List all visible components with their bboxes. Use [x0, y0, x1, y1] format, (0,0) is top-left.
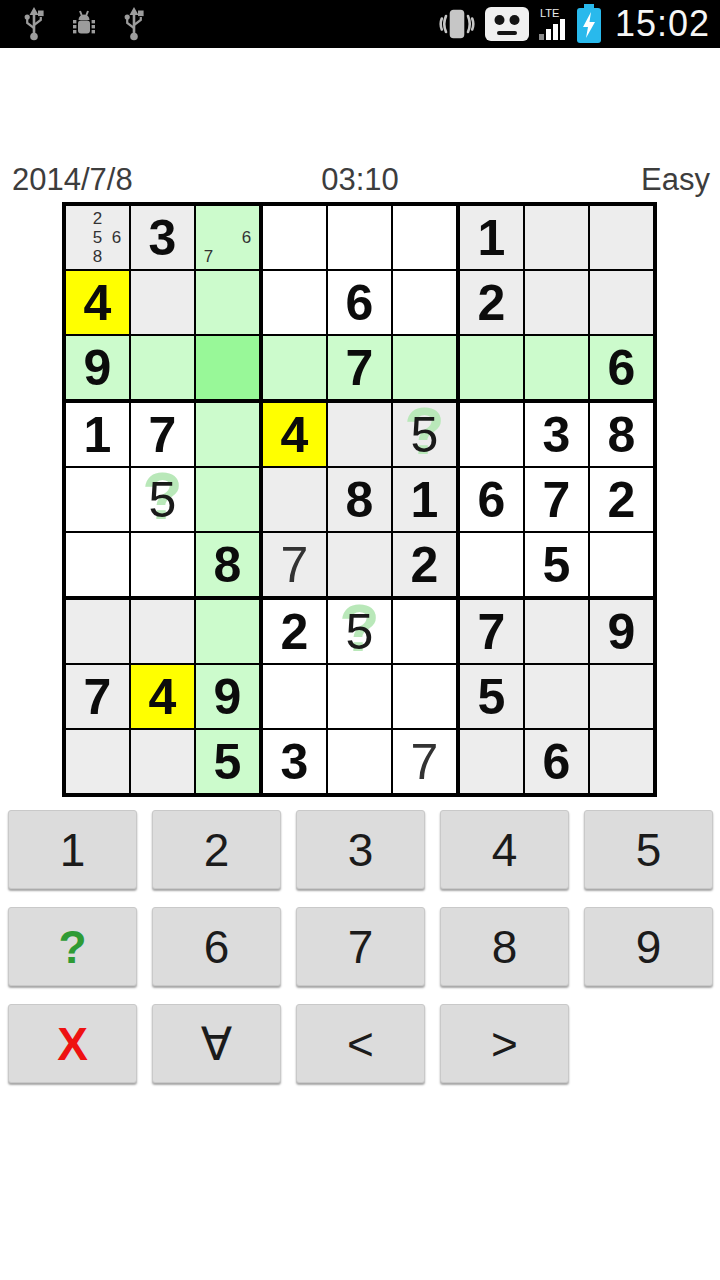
vibrate-icon: [439, 8, 475, 40]
key-2[interactable]: 2: [152, 810, 281, 889]
cell-value: 3: [149, 213, 177, 263]
cell-r5c5[interactable]: 8: [328, 468, 391, 531]
cell-value: 6: [478, 475, 506, 525]
cell-r8c8[interactable]: [525, 665, 588, 728]
board-block-6: 386725: [460, 403, 653, 596]
cell-value: 1: [478, 213, 506, 263]
cell-r8c6[interactable]: [393, 665, 456, 728]
cell-r9c9[interactable]: [590, 730, 653, 793]
keypad-row-3: X∀<>: [0, 1004, 720, 1083]
cell-value: 7: [346, 343, 374, 393]
cell-r8c4[interactable]: [263, 665, 326, 728]
cell-r4c2[interactable]: 7: [131, 403, 194, 466]
cell-r8c7[interactable]: 5: [460, 665, 523, 728]
cell-value: 4: [84, 278, 112, 328]
cell-r8c9[interactable]: [590, 665, 653, 728]
cell-value: 9: [608, 607, 636, 657]
key-3[interactable]: 3: [296, 810, 425, 889]
key-guess[interactable]: ?: [8, 907, 137, 986]
board-block-2: 67: [263, 206, 456, 399]
game-header: 2014/7/8 03:10 Easy: [0, 156, 720, 202]
pencil-mark-5: [218, 228, 237, 247]
notification-face-icon: [484, 5, 530, 43]
cell-r4c6[interactable]: ?5: [393, 403, 456, 466]
cell-r9c6[interactable]: 7: [393, 730, 456, 793]
key-7[interactable]: 7: [296, 907, 425, 986]
pencil-mark-3: [237, 209, 256, 228]
cell-r2c7[interactable]: 2: [460, 271, 523, 334]
cell-value: 7: [281, 540, 309, 590]
key-5[interactable]: 5: [584, 810, 713, 889]
cell-r6c3[interactable]: 8: [196, 533, 259, 596]
difficulty-label: Easy: [641, 162, 710, 198]
svg-text:LTE: LTE: [540, 7, 559, 19]
key-prev[interactable]: <: [296, 1004, 425, 1083]
cell-r7c2[interactable]: [131, 600, 194, 663]
cell-r3c4[interactable]: [263, 336, 326, 399]
cell-r9c1[interactable]: [66, 730, 129, 793]
cell-r7c6[interactable]: [393, 600, 456, 663]
cell-r4c4[interactable]: 4: [263, 403, 326, 466]
cell-r9c3[interactable]: 5: [196, 730, 259, 793]
key-next[interactable]: >: [440, 1004, 569, 1083]
android-debug-icon: [70, 9, 98, 39]
cell-r6c9[interactable]: [590, 533, 653, 596]
cell-value: 5: [478, 672, 506, 722]
cell-r2c1[interactable]: 4: [66, 271, 129, 334]
cell-r3c8[interactable]: [525, 336, 588, 399]
keypad-row-2: ?6789: [0, 907, 720, 986]
cell-value: 2: [411, 540, 439, 590]
pencil-mark-6: 6: [107, 228, 126, 247]
cell-r1c2[interactable]: 3: [131, 206, 194, 269]
cell-value: 4: [281, 410, 309, 460]
pencil-mark-7: [69, 247, 88, 266]
cell-r8c3[interactable]: 9: [196, 665, 259, 728]
cell-r4c1[interactable]: 1: [66, 403, 129, 466]
pencil-mark-8: [218, 247, 237, 266]
cell-r1c5[interactable]: [328, 206, 391, 269]
board-block-8: 2?537: [263, 600, 456, 793]
cell-value: 2: [281, 607, 309, 657]
cell-r3c7[interactable]: [460, 336, 523, 399]
key-clear[interactable]: X: [8, 1004, 137, 1083]
pencil-mark-9: [237, 247, 256, 266]
cell-value: 7: [149, 410, 177, 460]
pencil-mark-5: 5: [88, 228, 107, 247]
cell-r5c4[interactable]: [263, 468, 326, 531]
cell-value: 5: [411, 410, 439, 460]
cell-r3c5[interactable]: 7: [328, 336, 391, 399]
pencil-mark-7: 7: [199, 247, 218, 266]
cell-value: 7: [543, 475, 571, 525]
cell-r9c4[interactable]: 3: [263, 730, 326, 793]
sudoku-board: 2568367496712617?584?5817238672574952?53…: [62, 202, 657, 797]
cell-value: 6: [346, 278, 374, 328]
cell-r1c9[interactable]: [590, 206, 653, 269]
cell-r2c9[interactable]: [590, 271, 653, 334]
cell-r5c8[interactable]: 7: [525, 468, 588, 531]
cell-r1c7[interactable]: 1: [460, 206, 523, 269]
board-block-3: 126: [460, 206, 653, 399]
cell-r5c2[interactable]: ?5: [131, 468, 194, 531]
cell-r4c8[interactable]: 3: [525, 403, 588, 466]
cell-r7c1[interactable]: [66, 600, 129, 663]
cell-r8c1[interactable]: 7: [66, 665, 129, 728]
cell-r6c7[interactable]: [460, 533, 523, 596]
pencil-mark-2: 2: [88, 209, 107, 228]
cell-value: 1: [411, 475, 439, 525]
clock-time: 15:02: [611, 0, 714, 48]
board-block-5: 4?58172: [263, 403, 456, 596]
cell-r6c1[interactable]: [66, 533, 129, 596]
cell-r9c5[interactable]: [328, 730, 391, 793]
cell-r5c6[interactable]: 1: [393, 468, 456, 531]
cell-r3c6[interactable]: [393, 336, 456, 399]
cell-value: 2: [608, 475, 636, 525]
pencil-mark-9: [107, 247, 126, 266]
cell-r1c4[interactable]: [263, 206, 326, 269]
cell-r2c2[interactable]: [131, 271, 194, 334]
timer-label: 03:10: [0, 162, 720, 198]
cell-value: 8: [608, 410, 636, 460]
status-bar-left: [0, 7, 144, 41]
cell-r6c6[interactable]: 2: [393, 533, 456, 596]
cell-r4c9[interactable]: 8: [590, 403, 653, 466]
cell-value: 3: [281, 737, 309, 787]
cell-value: 8: [214, 540, 242, 590]
cell-r9c7[interactable]: [460, 730, 523, 793]
pencil-marks: 67: [199, 209, 256, 266]
cell-r8c5[interactable]: [328, 665, 391, 728]
cell-r4c5[interactable]: [328, 403, 391, 466]
key-6[interactable]: 6: [152, 907, 281, 986]
cell-value: 3: [543, 410, 571, 460]
cell-r7c3[interactable]: [196, 600, 259, 663]
cell-r2c8[interactable]: [525, 271, 588, 334]
cell-value: 6: [608, 343, 636, 393]
signal-lte-icon: LTE: [539, 6, 567, 42]
pencil-mark-1: [69, 209, 88, 228]
cell-r4c7[interactable]: [460, 403, 523, 466]
cell-value: 7: [478, 607, 506, 657]
pencil-mark-4: [199, 228, 218, 247]
cell-r1c6[interactable]: [393, 206, 456, 269]
cell-value: 7: [84, 672, 112, 722]
cell-r7c8[interactable]: [525, 600, 588, 663]
cell-r7c4[interactable]: 2: [263, 600, 326, 663]
pencil-mark-6: 6: [237, 228, 256, 247]
key-8[interactable]: 8: [440, 907, 569, 986]
cell-value: 4: [149, 672, 177, 722]
board-block-7: 7495: [66, 600, 259, 793]
cell-r6c8[interactable]: 5: [525, 533, 588, 596]
cell-r9c8[interactable]: 6: [525, 730, 588, 793]
cell-r5c1[interactable]: [66, 468, 129, 531]
keypad: 12345?6789X∀<>: [0, 810, 720, 1101]
battery-charging-icon: [576, 4, 602, 44]
cell-r6c4[interactable]: 7: [263, 533, 326, 596]
pencil-mark-4: [69, 228, 88, 247]
status-bar-right: LTE 15:02: [439, 0, 714, 48]
cell-r2c6[interactable]: [393, 271, 456, 334]
cell-r3c1[interactable]: 9: [66, 336, 129, 399]
key-9[interactable]: 9: [584, 907, 713, 986]
board-block-4: 17?58: [66, 403, 259, 596]
cell-value: 1: [84, 410, 112, 460]
usb-icon: [124, 7, 144, 41]
cell-r3c2[interactable]: [131, 336, 194, 399]
cell-r2c3[interactable]: [196, 271, 259, 334]
cell-value: 5: [214, 737, 242, 787]
cell-value: 5: [543, 540, 571, 590]
cell-r1c3[interactable]: 67: [196, 206, 259, 269]
cell-value: 2: [478, 278, 506, 328]
cell-r6c5[interactable]: [328, 533, 391, 596]
board-block-1: 256836749: [66, 206, 259, 399]
board-block-9: 7956: [460, 600, 653, 793]
cell-value: 8: [346, 475, 374, 525]
cell-r2c4[interactable]: [263, 271, 326, 334]
cell-value: 9: [84, 343, 112, 393]
cell-r6c2[interactable]: [131, 533, 194, 596]
cell-value: 5: [149, 475, 177, 525]
pencil-mark-2: [218, 209, 237, 228]
key-4[interactable]: 4: [440, 810, 569, 889]
cell-r5c3[interactable]: [196, 468, 259, 531]
status-bar: LTE 15:02: [0, 0, 720, 48]
key-1[interactable]: 1: [8, 810, 137, 889]
usb-icon: [24, 7, 44, 41]
cell-r3c9[interactable]: 6: [590, 336, 653, 399]
pencil-mark-3: [107, 209, 126, 228]
cell-r7c5[interactable]: ?5: [328, 600, 391, 663]
cell-value: 7: [411, 737, 439, 787]
cell-r5c9[interactable]: 2: [590, 468, 653, 531]
cell-value: 6: [543, 737, 571, 787]
keypad-row-1: 12345: [0, 810, 720, 889]
pencil-marks: 2568: [69, 209, 126, 266]
key-all-candidates[interactable]: ∀: [152, 1004, 281, 1083]
cell-r2c5[interactable]: 6: [328, 271, 391, 334]
pencil-mark-8: 8: [88, 247, 107, 266]
cell-r7c9[interactable]: 9: [590, 600, 653, 663]
cell-value: 5: [346, 607, 374, 657]
cell-r8c2[interactable]: 4: [131, 665, 194, 728]
cell-r4c3[interactable]: [196, 403, 259, 466]
cell-value: 9: [214, 672, 242, 722]
cell-r1c1[interactable]: 2568: [66, 206, 129, 269]
pencil-mark-1: [199, 209, 218, 228]
cell-r5c7[interactable]: 6: [460, 468, 523, 531]
cell-r7c7[interactable]: 7: [460, 600, 523, 663]
cell-r3c3[interactable]: [196, 336, 259, 399]
cell-r1c8[interactable]: [525, 206, 588, 269]
cell-r9c2[interactable]: [131, 730, 194, 793]
